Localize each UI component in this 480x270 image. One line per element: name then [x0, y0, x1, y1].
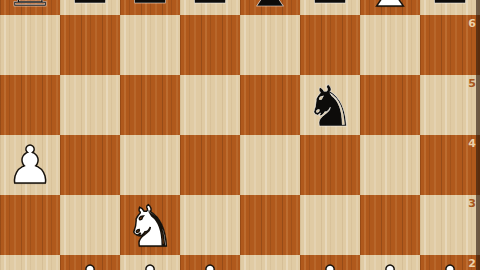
square-e3[interactable]	[240, 195, 300, 255]
square-b3[interactable]	[60, 195, 120, 255]
piece-black-rook-a7[interactable]: ♜	[0, 0, 60, 15]
square-g6[interactable]	[360, 15, 420, 75]
square-f3[interactable]	[300, 195, 360, 255]
pawn-glyph: ♟	[300, 0, 360, 15]
pawn-glyph: ♟	[120, 255, 180, 270]
square-d4[interactable]	[180, 135, 240, 195]
piece-white-pawn-d2[interactable]: ♟	[180, 255, 240, 270]
piece-white-pawn-b2[interactable]: ♟	[60, 255, 120, 270]
square-h5[interactable]	[420, 75, 480, 135]
knight-glyph: ♞	[120, 195, 180, 257]
square-e6[interactable]	[240, 15, 300, 75]
piece-white-pawn-h2[interactable]: ♟	[420, 255, 480, 270]
piece-white-pawn-a4[interactable]: ♟	[0, 135, 60, 195]
square-c5[interactable]	[120, 75, 180, 135]
pawn-glyph: ♟	[180, 0, 240, 15]
piece-black-pawn-d7[interactable]: ♟	[180, 0, 240, 15]
square-b5[interactable]	[60, 75, 120, 135]
square-g5[interactable]	[360, 75, 420, 135]
piece-white-bishop-g7[interactable]: ♝	[360, 0, 420, 15]
square-e5[interactable]	[240, 75, 300, 135]
square-c6[interactable]	[120, 15, 180, 75]
pawn-glyph: ♟	[120, 0, 180, 15]
pawn-glyph: ♟	[60, 0, 120, 15]
piece-black-bishop-e7[interactable]: ♝	[240, 0, 300, 15]
square-h3[interactable]	[420, 195, 480, 255]
square-a5[interactable]	[0, 75, 60, 135]
square-b6[interactable]	[60, 15, 120, 75]
piece-white-pawn-c2[interactable]: ♟	[120, 255, 180, 270]
rook-glyph: ♜	[0, 0, 60, 17]
chess-board: 65432 ♜♟♟♟♝♟♝♟♞♟♞♟♟♟♟♟♟	[0, 0, 480, 270]
piece-white-knight-c3[interactable]: ♞	[120, 195, 180, 255]
pawn-glyph: ♟	[0, 135, 60, 195]
pawn-glyph: ♟	[420, 0, 480, 15]
square-d3[interactable]	[180, 195, 240, 255]
square-b4[interactable]	[60, 135, 120, 195]
square-a6[interactable]	[0, 15, 60, 75]
pawn-glyph: ♟	[300, 255, 360, 270]
square-e2[interactable]	[240, 255, 300, 270]
piece-black-pawn-f7[interactable]: ♟	[300, 0, 360, 15]
square-g3[interactable]	[360, 195, 420, 255]
bishop-glyph: ♝	[240, 0, 300, 17]
square-d6[interactable]	[180, 15, 240, 75]
piece-black-pawn-h7[interactable]: ♟	[420, 0, 480, 15]
bishop-glyph: ♝	[360, 0, 420, 17]
pawn-glyph: ♟	[180, 255, 240, 270]
knight-glyph: ♞	[300, 75, 360, 137]
square-d5[interactable]	[180, 75, 240, 135]
piece-white-pawn-f2[interactable]: ♟	[300, 255, 360, 270]
pawn-glyph: ♟	[60, 255, 120, 270]
square-f4[interactable]	[300, 135, 360, 195]
pawn-glyph: ♟	[360, 255, 420, 270]
piece-black-pawn-b7[interactable]: ♟	[60, 0, 120, 15]
piece-black-knight-f5[interactable]: ♞	[300, 75, 360, 135]
square-h6[interactable]	[420, 15, 480, 75]
square-h4[interactable]	[420, 135, 480, 195]
square-f6[interactable]	[300, 15, 360, 75]
piece-white-pawn-g2[interactable]: ♟	[360, 255, 420, 270]
square-a3[interactable]	[0, 195, 60, 255]
pawn-glyph: ♟	[420, 255, 480, 270]
square-c4[interactable]	[120, 135, 180, 195]
square-a2[interactable]	[0, 255, 60, 270]
square-e4[interactable]	[240, 135, 300, 195]
piece-black-pawn-c7[interactable]: ♟	[120, 0, 180, 15]
square-g4[interactable]	[360, 135, 420, 195]
